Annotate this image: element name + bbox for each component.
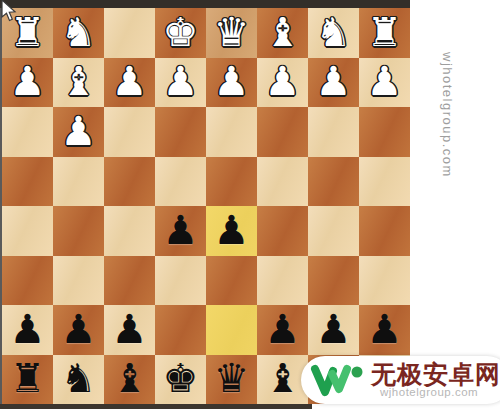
logo-domain-text: wjhotelgroup.com <box>380 386 478 398</box>
square-g6[interactable] <box>53 256 104 306</box>
black-knight-g8[interactable]: ♞ <box>61 358 97 398</box>
white-rook-a1[interactable]: ♜ <box>367 12 403 52</box>
square-d7[interactable] <box>206 305 257 355</box>
black-king-e8[interactable]: ♚ <box>163 358 199 398</box>
white-king-e1[interactable]: ♚ <box>163 12 199 52</box>
square-c1[interactable]: ♝ <box>257 8 308 58</box>
square-a1[interactable]: ♜ <box>359 8 410 58</box>
white-knight-b1[interactable]: ♞ <box>316 12 352 52</box>
square-h6[interactable] <box>2 256 53 306</box>
white-queen-d1[interactable]: ♛ <box>214 12 250 52</box>
black-pawn-a7[interactable]: ♟ <box>367 309 403 349</box>
black-pawn-h7[interactable]: ♟ <box>10 309 46 349</box>
square-f6[interactable] <box>104 256 155 306</box>
square-c5[interactable] <box>257 206 308 256</box>
white-pawn-c2[interactable]: ♟ <box>265 61 301 101</box>
square-g2[interactable]: ♝ <box>53 58 104 108</box>
square-g5[interactable] <box>53 206 104 256</box>
square-h5[interactable] <box>2 206 53 256</box>
square-c7[interactable]: ♟ <box>257 305 308 355</box>
white-pawn-f2[interactable]: ♟ <box>112 61 148 101</box>
square-e2[interactable]: ♟ <box>155 58 206 108</box>
square-d4[interactable] <box>206 157 257 207</box>
square-e8[interactable]: ♚ <box>155 355 206 405</box>
square-f7[interactable]: ♟ <box>104 305 155 355</box>
square-h7[interactable]: ♟ <box>2 305 53 355</box>
square-g4[interactable] <box>53 157 104 207</box>
square-e6[interactable] <box>155 256 206 306</box>
black-pawn-b7[interactable]: ♟ <box>316 309 352 349</box>
square-g7[interactable]: ♟ <box>53 305 104 355</box>
white-pawn-h2[interactable]: ♟ <box>10 61 46 101</box>
black-rook-h8[interactable]: ♜ <box>10 358 46 398</box>
square-b1[interactable]: ♞ <box>308 8 359 58</box>
square-c3[interactable] <box>257 107 308 157</box>
square-b5[interactable] <box>308 206 359 256</box>
square-d6[interactable] <box>206 256 257 306</box>
square-a6[interactable] <box>359 256 410 306</box>
square-e7[interactable] <box>155 305 206 355</box>
black-pawn-g7[interactable]: ♟ <box>61 309 97 349</box>
square-g1[interactable]: ♞ <box>53 8 104 58</box>
square-a3[interactable] <box>359 107 410 157</box>
square-g3[interactable]: ♟ <box>53 107 104 157</box>
window-top-frame <box>0 0 410 8</box>
square-c6[interactable] <box>257 256 308 306</box>
square-e3[interactable] <box>155 107 206 157</box>
square-f3[interactable] <box>104 107 155 157</box>
black-bishop-f8[interactable]: ♝ <box>112 358 148 398</box>
white-pawn-a2[interactable]: ♟ <box>367 61 403 101</box>
black-bishop-c8[interactable]: ♝ <box>265 358 301 398</box>
black-pawn-d5[interactable]: ♟ <box>214 210 250 250</box>
square-d3[interactable] <box>206 107 257 157</box>
chess-board[interactable]: ♜♞♚♛♝♞♜♟♝♟♟♟♟♟♟♟♟♟♟♟♟♟♟♟♜♞♝♚♛♝♞♜ <box>2 8 410 404</box>
black-pawn-e5[interactable]: ♟ <box>163 210 199 250</box>
black-pawn-c7[interactable]: ♟ <box>265 309 301 349</box>
white-knight-g1[interactable]: ♞ <box>61 12 97 52</box>
square-a5[interactable] <box>359 206 410 256</box>
square-f2[interactable]: ♟ <box>104 58 155 108</box>
square-f4[interactable] <box>104 157 155 207</box>
square-d2[interactable]: ♟ <box>206 58 257 108</box>
square-d8[interactable]: ♛ <box>206 355 257 405</box>
mouse-cursor-icon <box>0 0 18 24</box>
square-b6[interactable] <box>308 256 359 306</box>
square-d5[interactable]: ♟ <box>206 206 257 256</box>
square-e5[interactable]: ♟ <box>155 206 206 256</box>
square-f1[interactable] <box>104 8 155 58</box>
square-h8[interactable]: ♜ <box>2 355 53 405</box>
white-pawn-b2[interactable]: ♟ <box>316 61 352 101</box>
square-f8[interactable]: ♝ <box>104 355 155 405</box>
square-f5[interactable] <box>104 206 155 256</box>
white-bishop-c1[interactable]: ♝ <box>265 12 301 52</box>
square-h4[interactable] <box>2 157 53 207</box>
square-b2[interactable]: ♟ <box>308 58 359 108</box>
logo-w-icon <box>310 362 366 398</box>
black-pawn-f7[interactable]: ♟ <box>112 309 148 349</box>
square-h3[interactable] <box>2 107 53 157</box>
white-pawn-g3[interactable]: ♟ <box>61 111 97 151</box>
square-d1[interactable]: ♛ <box>206 8 257 58</box>
white-bishop-g2[interactable]: ♝ <box>61 61 97 101</box>
square-a7[interactable]: ♟ <box>359 305 410 355</box>
square-e1[interactable]: ♚ <box>155 8 206 58</box>
side-watermark-text: wjhotelgroup.com <box>440 52 455 267</box>
square-a2[interactable]: ♟ <box>359 58 410 108</box>
square-c2[interactable]: ♟ <box>257 58 308 108</box>
square-a4[interactable] <box>359 157 410 207</box>
square-h2[interactable]: ♟ <box>2 58 53 108</box>
white-pawn-d2[interactable]: ♟ <box>214 61 250 101</box>
square-e4[interactable] <box>155 157 206 207</box>
square-b4[interactable] <box>308 157 359 207</box>
black-queen-d8[interactable]: ♛ <box>214 358 250 398</box>
square-b3[interactable] <box>308 107 359 157</box>
square-c4[interactable] <box>257 157 308 207</box>
white-pawn-e2[interactable]: ♟ <box>163 61 199 101</box>
square-b7[interactable]: ♟ <box>308 305 359 355</box>
window-bottom-frame <box>0 404 312 409</box>
square-g8[interactable]: ♞ <box>53 355 104 405</box>
